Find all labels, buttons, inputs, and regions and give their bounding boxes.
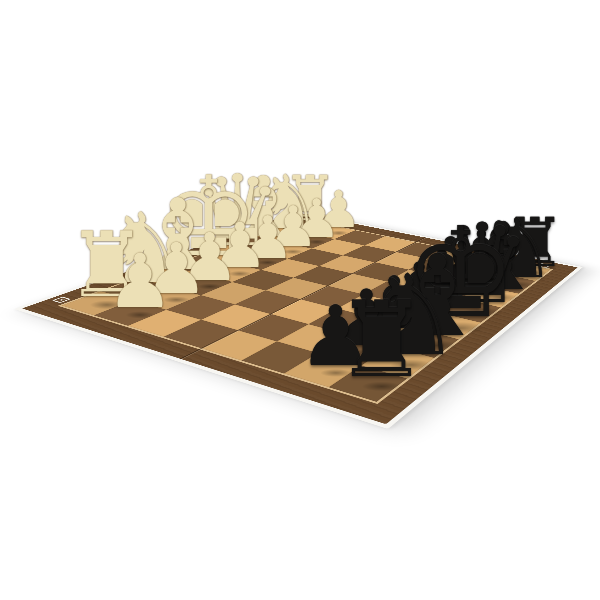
board-frame — [22, 212, 578, 424]
chess-set-product-photo: × × ♜♞♝♛♚♝♞♜♟♟♟♟♟♟♟♟♟♟♟♟♟♟♟♟♜♞♝♛♚♝♞♜ — [0, 0, 600, 600]
board-grid — [62, 219, 551, 402]
chess-board: × × — [14, 211, 583, 429]
brand-logo-icon: × — [540, 264, 548, 267]
